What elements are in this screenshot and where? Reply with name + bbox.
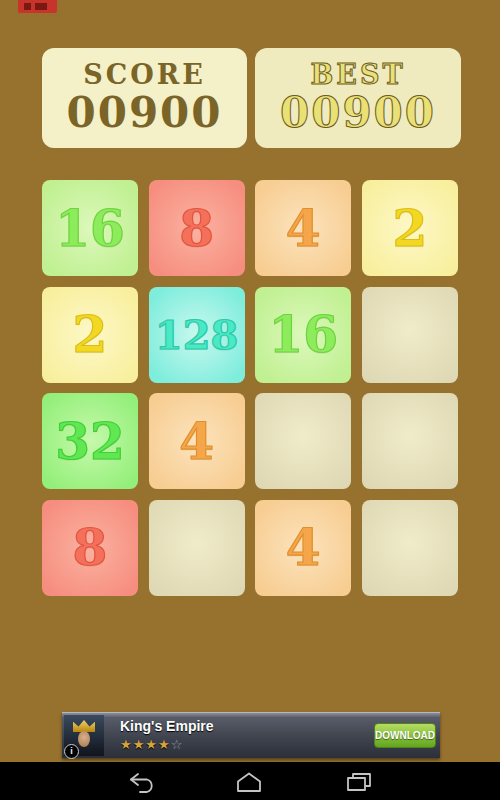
tile-r0c2: 4: [255, 180, 351, 276]
back-icon: [128, 771, 158, 793]
tile-r3c2: 4: [255, 500, 351, 596]
ad-info-icon[interactable]: i: [64, 744, 79, 759]
tile-r0c1: 8: [149, 180, 245, 276]
ad-rating-stars: ★★★★☆: [120, 738, 183, 752]
star-empty: ☆: [171, 737, 184, 752]
tile-r2c2: [255, 393, 351, 489]
score-value: 00900: [42, 90, 247, 136]
screen: SCORE 00900 BEST 00900 16 8 4 2 2 128 16…: [0, 0, 500, 800]
game-board[interactable]: 16 8 4 2 2 128 16 32 4 8 4: [42, 180, 458, 596]
tile-r1c1: 128: [149, 287, 245, 383]
tile-r3c3: [362, 500, 458, 596]
best-panel: BEST 00900: [255, 48, 461, 148]
best-label: BEST: [255, 60, 461, 90]
tile-r0c0: 16: [42, 180, 138, 276]
tile-r1c0: 2: [42, 287, 138, 383]
screen-recorder-badge: [18, 0, 57, 13]
android-nav-bar: [0, 762, 500, 800]
recents-icon: [344, 771, 374, 793]
score-panel: SCORE 00900: [42, 48, 247, 148]
download-button[interactable]: DOWNLOAD: [374, 723, 436, 748]
score-label: SCORE: [42, 60, 247, 90]
recents-button[interactable]: [337, 770, 381, 794]
tile-r1c3: [362, 287, 458, 383]
tile-r2c1: 4: [149, 393, 245, 489]
best-value: 00900: [255, 90, 461, 136]
king-face: [78, 731, 90, 747]
tile-r0c3: 2: [362, 180, 458, 276]
home-button[interactable]: [227, 770, 271, 794]
stars-filled: ★★★★: [120, 737, 171, 752]
tile-r3c0: 8: [42, 500, 138, 596]
tile-r2c0: 32: [42, 393, 138, 489]
tile-r3c1: [149, 500, 245, 596]
back-button[interactable]: [121, 770, 165, 794]
tile-r2c3: [362, 393, 458, 489]
ad-title: King's Empire: [120, 718, 214, 734]
home-icon: [234, 771, 264, 793]
tile-r1c2: 16: [255, 287, 351, 383]
ad-banner[interactable]: i King's Empire ★★★★☆ DOWNLOAD: [62, 712, 440, 758]
